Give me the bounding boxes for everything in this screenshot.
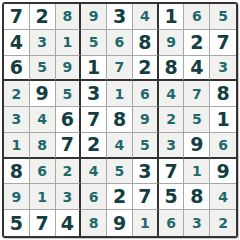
- cell-r4c4[interactable]: 3: [81, 81, 107, 107]
- cell-r2c5[interactable]: 6: [107, 30, 133, 56]
- cell-value: 8: [89, 216, 99, 230]
- cell-r9c1[interactable]: 5: [4, 210, 30, 236]
- cell-value: 9: [140, 112, 150, 126]
- cell-r1c9[interactable]: 5: [210, 4, 236, 30]
- cell-r3c9[interactable]: 3: [210, 56, 236, 82]
- cell-r3c1[interactable]: 6: [4, 56, 30, 82]
- cell-value: 9: [113, 214, 126, 233]
- cell-r8c1[interactable]: 9: [4, 184, 30, 210]
- cell-value: 7: [115, 60, 125, 74]
- cell-value: 1: [12, 138, 22, 152]
- cell-value: 2: [63, 164, 73, 178]
- cell-value: 2: [36, 7, 49, 26]
- cell-value: 9: [166, 35, 176, 49]
- cell-value: 4: [10, 33, 23, 52]
- cell-r5c7[interactable]: 2: [159, 107, 185, 133]
- sudoku-board-frame: 7289341654315689276591728432953164783467…: [2, 2, 238, 238]
- cell-r2c4[interactable]: 5: [81, 30, 107, 56]
- cell-value: 3: [63, 190, 73, 204]
- cell-r4c3[interactable]: 5: [56, 81, 82, 107]
- cell-r5c4[interactable]: 7: [81, 107, 107, 133]
- cell-r2c1[interactable]: 4: [4, 30, 30, 56]
- cell-value: 3: [12, 112, 22, 126]
- cell-r6c5[interactable]: 4: [107, 133, 133, 159]
- cell-value: 1: [115, 87, 125, 101]
- cell-r5c6[interactable]: 9: [133, 107, 159, 133]
- cell-value: 5: [10, 214, 23, 233]
- cell-value: 1: [37, 190, 47, 204]
- cell-r8c2[interactable]: 1: [30, 184, 56, 210]
- cell-value: 6: [10, 58, 23, 77]
- cell-r7c1[interactable]: 8: [4, 159, 30, 185]
- cell-r4c9[interactable]: 8: [210, 81, 236, 107]
- cell-value: 9: [190, 135, 203, 154]
- cell-value: 6: [89, 190, 99, 204]
- cell-r2c2[interactable]: 3: [30, 30, 56, 56]
- cell-r7c4[interactable]: 4: [81, 159, 107, 185]
- cell-value: 3: [87, 84, 100, 103]
- cell-value: 6: [140, 87, 150, 101]
- cell-r8c4[interactable]: 6: [81, 184, 107, 210]
- cell-r7c6[interactable]: 3: [133, 159, 159, 185]
- cell-value: 3: [37, 35, 47, 49]
- cell-value: 7: [61, 135, 74, 154]
- cell-value: 9: [36, 84, 49, 103]
- cell-r8c5[interactable]: 2: [107, 184, 133, 210]
- cell-value: 6: [61, 110, 74, 129]
- cell-r6c7[interactable]: 3: [159, 133, 185, 159]
- cell-value: 6: [218, 138, 228, 152]
- cell-r4c7[interactable]: 4: [159, 81, 185, 107]
- cell-value: 9: [63, 60, 73, 74]
- cell-r7c2[interactable]: 6: [30, 159, 56, 185]
- cell-r5c5[interactable]: 8: [107, 107, 133, 133]
- cell-r1c2[interactable]: 2: [30, 4, 56, 30]
- cell-r7c8[interactable]: 1: [184, 159, 210, 185]
- cell-r8c6[interactable]: 7: [133, 184, 159, 210]
- cell-r9c2[interactable]: 7: [30, 210, 56, 236]
- cell-value: 2: [12, 87, 22, 101]
- cell-r8c8[interactable]: 8: [184, 184, 210, 210]
- cell-r3c2[interactable]: 5: [30, 56, 56, 82]
- cell-value: 5: [192, 112, 202, 126]
- cell-r3c8[interactable]: 4: [184, 56, 210, 82]
- cell-r4c5[interactable]: 1: [107, 81, 133, 107]
- cell-value: 1: [63, 35, 73, 49]
- cell-value: 8: [37, 138, 47, 152]
- cell-r6c4[interactable]: 2: [81, 133, 107, 159]
- cell-value: 7: [216, 33, 229, 52]
- cell-r1c7[interactable]: 1: [159, 4, 185, 30]
- cell-value: 8: [63, 9, 73, 23]
- cell-value: 6: [37, 164, 47, 178]
- cell-value: 7: [138, 187, 151, 206]
- cell-r5c2[interactable]: 4: [30, 107, 56, 133]
- cell-r5c8[interactable]: 5: [184, 107, 210, 133]
- cell-r5c9[interactable]: 1: [210, 107, 236, 133]
- cell-value: 7: [10, 7, 23, 26]
- cell-value: 5: [89, 35, 99, 49]
- cell-r9c3[interactable]: 4: [56, 210, 82, 236]
- cell-r1c6[interactable]: 4: [133, 4, 159, 30]
- cell-value: 5: [218, 9, 228, 23]
- cell-value: 4: [37, 112, 47, 126]
- cell-value: 2: [166, 112, 176, 126]
- cell-value: 2: [190, 33, 203, 52]
- cell-r3c4[interactable]: 1: [81, 56, 107, 82]
- cell-value: 6: [192, 9, 202, 23]
- cell-value: 7: [192, 87, 202, 101]
- cell-r9c5[interactable]: 9: [107, 210, 133, 236]
- cell-r6c6[interactable]: 5: [133, 133, 159, 159]
- cell-value: 4: [218, 190, 228, 204]
- cell-value: 4: [115, 138, 125, 152]
- cell-r1c5[interactable]: 3: [107, 4, 133, 30]
- cell-r4c8[interactable]: 7: [184, 81, 210, 107]
- cell-r2c7[interactable]: 9: [159, 30, 185, 56]
- cell-value: 1: [140, 216, 150, 230]
- cell-r8c9[interactable]: 4: [210, 184, 236, 210]
- cell-value: 5: [37, 60, 47, 74]
- cell-r5c1[interactable]: 3: [4, 107, 30, 133]
- cell-r1c8[interactable]: 6: [184, 4, 210, 30]
- cell-r4c1[interactable]: 2: [4, 81, 30, 107]
- cell-value: 2: [113, 187, 126, 206]
- cell-value: 5: [115, 164, 125, 178]
- cell-value: 2: [218, 216, 228, 230]
- cell-value: 6: [166, 216, 176, 230]
- cell-r6c3[interactable]: 7: [56, 133, 82, 159]
- cell-r9c4[interactable]: 8: [81, 210, 107, 236]
- cell-r3c5[interactable]: 7: [107, 56, 133, 82]
- cell-value: 3: [218, 60, 228, 74]
- cell-value: 3: [138, 162, 151, 181]
- cell-value: 1: [87, 58, 100, 77]
- cell-r3c6[interactable]: 2: [133, 56, 159, 82]
- cell-r8c7[interactable]: 5: [159, 184, 185, 210]
- cell-r4c6[interactable]: 6: [133, 81, 159, 107]
- cell-value: 4: [89, 164, 99, 178]
- sudoku-board: 7289341654315689276591728432953164783467…: [4, 4, 236, 236]
- cell-value: 5: [140, 138, 150, 152]
- cell-value: 8: [113, 110, 126, 129]
- cell-value: 8: [138, 33, 151, 52]
- cell-value: 1: [164, 7, 177, 26]
- cell-value: 8: [190, 187, 203, 206]
- cell-value: 2: [138, 58, 151, 77]
- cell-r1c3[interactable]: 8: [56, 4, 82, 30]
- cell-value: 4: [166, 87, 176, 101]
- cell-value: 8: [10, 162, 23, 181]
- cell-value: 5: [164, 187, 177, 206]
- cell-value: 9: [12, 190, 22, 204]
- cell-value: 8: [164, 58, 177, 77]
- cell-r2c6[interactable]: 8: [133, 30, 159, 56]
- cell-r1c4[interactable]: 9: [81, 4, 107, 30]
- cell-r6c2[interactable]: 8: [30, 133, 56, 159]
- cell-value: 4: [190, 58, 203, 77]
- cell-value: 7: [164, 162, 177, 181]
- cell-r1c1[interactable]: 7: [4, 4, 30, 30]
- cell-r2c8[interactable]: 2: [184, 30, 210, 56]
- cell-value: 6: [115, 35, 125, 49]
- cell-r3c3[interactable]: 9: [56, 56, 82, 82]
- cell-r3c7[interactable]: 8: [159, 56, 185, 82]
- cell-value: 9: [89, 9, 99, 23]
- cell-r5c3[interactable]: 6: [56, 107, 82, 133]
- cell-r7c3[interactable]: 2: [56, 159, 82, 185]
- cell-r9c8[interactable]: 3: [184, 210, 210, 236]
- cell-value: 2: [87, 135, 100, 154]
- cell-value: 4: [61, 214, 74, 233]
- cell-r2c3[interactable]: 1: [56, 30, 82, 56]
- cell-r4c2[interactable]: 9: [30, 81, 56, 107]
- cell-value: 1: [192, 164, 202, 178]
- cell-r7c7[interactable]: 7: [159, 159, 185, 185]
- cell-value: 7: [87, 110, 100, 129]
- cell-value: 1: [216, 110, 229, 129]
- cell-r9c6[interactable]: 1: [133, 210, 159, 236]
- cell-value: 9: [216, 162, 229, 181]
- cell-r7c5[interactable]: 5: [107, 159, 133, 185]
- cell-value: 4: [140, 9, 150, 23]
- cell-value: 3: [166, 138, 176, 152]
- cell-value: 3: [192, 216, 202, 230]
- cell-value: 3: [113, 7, 126, 26]
- cell-r2c9[interactable]: 7: [210, 30, 236, 56]
- cell-value: 7: [36, 214, 49, 233]
- cell-r8c3[interactable]: 3: [56, 184, 82, 210]
- cell-r6c9[interactable]: 6: [210, 133, 236, 159]
- cell-r7c9[interactable]: 9: [210, 159, 236, 185]
- cell-r9c9[interactable]: 2: [210, 210, 236, 236]
- cell-r6c8[interactable]: 9: [184, 133, 210, 159]
- cell-value: 8: [216, 84, 229, 103]
- cell-value: 5: [63, 87, 73, 101]
- cell-r9c7[interactable]: 6: [159, 210, 185, 236]
- cell-r6c1[interactable]: 1: [4, 133, 30, 159]
